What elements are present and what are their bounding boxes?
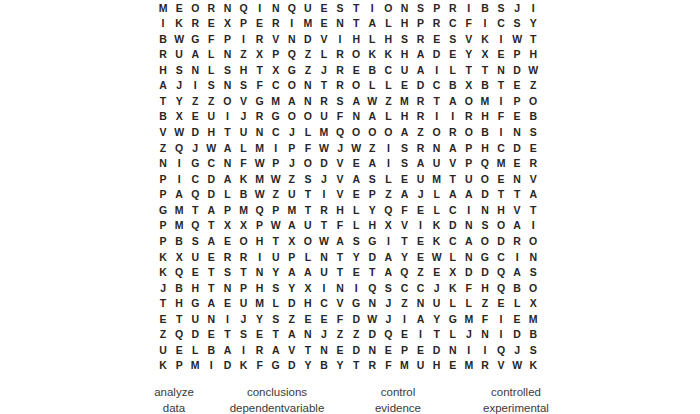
grid-cell[interactable]: L	[219, 187, 235, 203]
grid-cell[interactable]: N	[300, 93, 316, 109]
grid-cell[interactable]: Z	[396, 296, 412, 312]
grid-cell[interactable]: I	[445, 109, 461, 125]
grid-cell[interactable]: B	[171, 280, 187, 296]
grid-cell[interactable]: D	[203, 171, 219, 187]
grid-cell[interactable]: A	[284, 218, 300, 234]
grid-cell[interactable]: U	[300, 218, 316, 234]
grid-cell[interactable]: K	[380, 47, 396, 63]
grid-cell[interactable]: U	[235, 296, 251, 312]
grid-cell[interactable]: R	[445, 125, 461, 141]
grid-cell[interactable]: E	[509, 109, 525, 125]
grid-cell[interactable]: W	[252, 187, 268, 203]
grid-cell[interactable]: B	[155, 31, 171, 47]
grid-cell[interactable]: H	[203, 125, 219, 141]
grid-cell[interactable]: I	[477, 16, 493, 32]
grid-cell[interactable]: S	[348, 233, 364, 249]
grid-cell[interactable]: H	[332, 202, 348, 218]
grid-cell[interactable]: K	[235, 358, 251, 374]
grid-cell[interactable]: G	[268, 358, 284, 374]
grid-cell[interactable]: R	[155, 47, 171, 63]
grid-cell[interactable]: C	[203, 156, 219, 172]
grid-cell[interactable]: L	[380, 171, 396, 187]
grid-cell[interactable]: T	[509, 187, 525, 203]
grid-cell[interactable]: A	[332, 233, 348, 249]
grid-cell[interactable]: U	[429, 296, 445, 312]
grid-cell[interactable]: L	[203, 47, 219, 63]
grid-cell[interactable]: E	[252, 16, 268, 32]
grid-cell[interactable]: M	[461, 358, 477, 374]
grid-cell[interactable]: M	[461, 311, 477, 327]
grid-cell[interactable]: P	[413, 16, 429, 32]
grid-cell[interactable]: E	[396, 171, 412, 187]
grid-cell[interactable]: R	[332, 78, 348, 94]
grid-cell[interactable]: Z	[413, 125, 429, 141]
grid-cell[interactable]: U	[429, 156, 445, 172]
grid-cell[interactable]: T	[203, 218, 219, 234]
grid-cell[interactable]: L	[429, 202, 445, 218]
grid-cell[interactable]: T	[348, 358, 364, 374]
grid-cell[interactable]: C	[429, 78, 445, 94]
grid-cell[interactable]: O	[348, 47, 364, 63]
grid-cell[interactable]: J	[235, 311, 251, 327]
grid-cell[interactable]: L	[445, 327, 461, 343]
grid-cell[interactable]: I	[348, 280, 364, 296]
grid-cell[interactable]: B	[445, 78, 461, 94]
grid-cell[interactable]: F	[461, 16, 477, 32]
grid-cell[interactable]: O	[429, 125, 445, 141]
grid-cell[interactable]: Y	[252, 311, 268, 327]
grid-cell[interactable]: L	[348, 218, 364, 234]
grid-cell[interactable]: P	[252, 218, 268, 234]
grid-cell[interactable]: C	[445, 233, 461, 249]
grid-cell[interactable]: V	[332, 156, 348, 172]
grid-cell[interactable]: R	[187, 16, 203, 32]
grid-cell[interactable]: C	[316, 296, 332, 312]
grid-cell[interactable]: E	[219, 233, 235, 249]
grid-cell[interactable]: Q	[493, 280, 509, 296]
grid-cell[interactable]: R	[252, 109, 268, 125]
grid-cell[interactable]: W	[509, 358, 525, 374]
grid-cell[interactable]: I	[284, 16, 300, 32]
grid-cell[interactable]: J	[155, 280, 171, 296]
grid-cell[interactable]: X	[219, 218, 235, 234]
grid-cell[interactable]: N	[364, 296, 380, 312]
grid-cell[interactable]: L	[445, 296, 461, 312]
grid-cell[interactable]: X	[252, 47, 268, 63]
grid-cell[interactable]: A	[364, 156, 380, 172]
grid-cell[interactable]: S	[332, 0, 348, 16]
grid-cell[interactable]: N	[300, 78, 316, 94]
grid-cell[interactable]: E	[380, 342, 396, 358]
grid-cell[interactable]: N	[316, 249, 332, 265]
grid-cell[interactable]: J	[187, 140, 203, 156]
grid-cell[interactable]: V	[332, 296, 348, 312]
grid-cell[interactable]: T	[493, 187, 509, 203]
grid-cell[interactable]: P	[155, 187, 171, 203]
grid-cell[interactable]: V	[509, 202, 525, 218]
grid-cell[interactable]: P	[219, 31, 235, 47]
grid-cell[interactable]: Q	[396, 265, 412, 281]
grid-cell[interactable]: T	[300, 342, 316, 358]
grid-cell[interactable]: Z	[300, 47, 316, 63]
grid-cell[interactable]: I	[493, 327, 509, 343]
grid-cell[interactable]: A	[445, 93, 461, 109]
grid-cell[interactable]: I	[187, 78, 203, 94]
grid-cell[interactable]: H	[300, 296, 316, 312]
grid-cell[interactable]: D	[445, 218, 461, 234]
grid-cell[interactable]: U	[284, 187, 300, 203]
grid-cell[interactable]: V	[268, 31, 284, 47]
grid-cell[interactable]: R	[445, 0, 461, 16]
grid-cell[interactable]: S	[493, 0, 509, 16]
grid-cell[interactable]: A	[413, 156, 429, 172]
grid-cell[interactable]: D	[509, 62, 525, 78]
grid-cell[interactable]: W	[268, 171, 284, 187]
grid-cell[interactable]: H	[235, 62, 251, 78]
grid-cell[interactable]: E	[493, 171, 509, 187]
grid-cell[interactable]: E	[348, 187, 364, 203]
grid-cell[interactable]: D	[509, 327, 525, 343]
grid-cell[interactable]: V	[316, 31, 332, 47]
grid-cell[interactable]: C	[413, 280, 429, 296]
grid-cell[interactable]: J	[316, 62, 332, 78]
grid-cell[interactable]: T	[219, 327, 235, 343]
grid-cell[interactable]: J	[429, 280, 445, 296]
grid-cell[interactable]: H	[252, 233, 268, 249]
grid-cell[interactable]: T	[429, 327, 445, 343]
grid-cell[interactable]: N	[332, 280, 348, 296]
grid-cell[interactable]: T	[364, 265, 380, 281]
grid-cell[interactable]: G	[348, 296, 364, 312]
grid-cell[interactable]: N	[219, 280, 235, 296]
grid-cell[interactable]: U	[461, 171, 477, 187]
grid-cell[interactable]: H	[396, 109, 412, 125]
grid-cell[interactable]: Z	[348, 327, 364, 343]
grid-cell[interactable]: F	[380, 358, 396, 374]
grid-cell[interactable]: K	[445, 280, 461, 296]
grid-cell[interactable]: R	[364, 358, 380, 374]
grid-cell[interactable]: M	[252, 140, 268, 156]
grid-cell[interactable]: S	[413, 0, 429, 16]
grid-cell[interactable]: R	[332, 47, 348, 63]
grid-cell[interactable]: Y	[300, 358, 316, 374]
grid-cell[interactable]: Q	[332, 125, 348, 141]
grid-cell[interactable]: A	[348, 93, 364, 109]
grid-cell[interactable]: E	[396, 327, 412, 343]
grid-cell[interactable]: R	[203, 0, 219, 16]
grid-cell[interactable]: A	[203, 233, 219, 249]
grid-cell[interactable]: A	[284, 265, 300, 281]
grid-cell[interactable]: K	[155, 249, 171, 265]
grid-cell[interactable]: H	[396, 16, 412, 32]
grid-cell[interactable]: R	[316, 202, 332, 218]
grid-cell[interactable]: I	[219, 311, 235, 327]
grid-cell[interactable]: L	[348, 202, 364, 218]
grid-cell[interactable]: S	[187, 233, 203, 249]
grid-cell[interactable]: U	[300, 0, 316, 16]
grid-cell[interactable]: N	[509, 171, 525, 187]
grid-cell[interactable]: L	[429, 187, 445, 203]
grid-cell[interactable]: S	[396, 31, 412, 47]
grid-cell[interactable]: H	[171, 296, 187, 312]
grid-cell[interactable]: E	[348, 265, 364, 281]
grid-cell[interactable]: B	[509, 280, 525, 296]
grid-cell[interactable]: E	[493, 296, 509, 312]
grid-cell[interactable]: E	[413, 233, 429, 249]
grid-cell[interactable]: Z	[300, 62, 316, 78]
grid-cell[interactable]: Y	[461, 47, 477, 63]
grid-cell[interactable]: T	[461, 62, 477, 78]
grid-cell[interactable]: E	[252, 327, 268, 343]
grid-cell[interactable]: M	[396, 358, 412, 374]
grid-cell[interactable]: H	[477, 280, 493, 296]
grid-cell[interactable]: H	[380, 31, 396, 47]
grid-cell[interactable]: U	[187, 249, 203, 265]
grid-cell[interactable]: U	[413, 171, 429, 187]
grid-cell[interactable]: I	[171, 171, 187, 187]
grid-cell[interactable]: R	[252, 342, 268, 358]
grid-cell[interactable]: P	[461, 140, 477, 156]
grid-cell[interactable]: G	[445, 311, 461, 327]
grid-cell[interactable]: P	[155, 233, 171, 249]
grid-cell[interactable]: Q	[252, 202, 268, 218]
grid-cell[interactable]: E	[348, 62, 364, 78]
grid-cell[interactable]: V	[525, 171, 541, 187]
grid-cell[interactable]: L	[445, 62, 461, 78]
grid-cell[interactable]: M	[252, 171, 268, 187]
grid-cell[interactable]: C	[445, 16, 461, 32]
grid-cell[interactable]: K	[525, 358, 541, 374]
grid-cell[interactable]: W	[364, 311, 380, 327]
grid-cell[interactable]: G	[364, 233, 380, 249]
grid-cell[interactable]: M	[155, 0, 171, 16]
grid-cell[interactable]: M	[493, 156, 509, 172]
grid-cell[interactable]: I	[235, 342, 251, 358]
grid-cell[interactable]: I	[461, 202, 477, 218]
grid-cell[interactable]: P	[235, 280, 251, 296]
grid-cell[interactable]: E	[155, 311, 171, 327]
grid-cell[interactable]: M	[396, 93, 412, 109]
grid-cell[interactable]: H	[364, 218, 380, 234]
grid-cell[interactable]: R	[429, 16, 445, 32]
grid-cell[interactable]: J	[284, 125, 300, 141]
grid-cell[interactable]: F	[477, 311, 493, 327]
grid-cell[interactable]: V	[445, 156, 461, 172]
grid-cell[interactable]: P	[268, 156, 284, 172]
grid-cell[interactable]: N	[477, 202, 493, 218]
grid-cell[interactable]: T	[525, 31, 541, 47]
grid-cell[interactable]: F	[396, 202, 412, 218]
grid-cell[interactable]: U	[187, 311, 203, 327]
grid-cell[interactable]: R	[461, 109, 477, 125]
grid-cell[interactable]: E	[445, 358, 461, 374]
grid-cell[interactable]: I	[252, 249, 268, 265]
grid-cell[interactable]: S	[396, 156, 412, 172]
grid-cell[interactable]: S	[364, 171, 380, 187]
grid-cell[interactable]: H	[477, 109, 493, 125]
grid-cell[interactable]: L	[364, 78, 380, 94]
grid-cell[interactable]: D	[413, 78, 429, 94]
grid-cell[interactable]: O	[477, 171, 493, 187]
grid-cell[interactable]: D	[477, 187, 493, 203]
grid-cell[interactable]: F	[461, 280, 477, 296]
grid-cell[interactable]: E	[187, 265, 203, 281]
grid-cell[interactable]: Q	[171, 327, 187, 343]
grid-cell[interactable]: A	[461, 187, 477, 203]
grid-cell[interactable]: I	[380, 233, 396, 249]
grid-cell[interactable]: B	[477, 78, 493, 94]
grid-cell[interactable]: T	[348, 16, 364, 32]
grid-cell[interactable]: E	[187, 109, 203, 125]
grid-cell[interactable]: E	[413, 202, 429, 218]
grid-cell[interactable]: V	[493, 358, 509, 374]
grid-cell[interactable]: W	[203, 140, 219, 156]
grid-cell[interactable]: N	[413, 296, 429, 312]
grid-cell[interactable]: L	[380, 109, 396, 125]
grid-cell[interactable]: E	[203, 16, 219, 32]
grid-cell[interactable]: S	[219, 265, 235, 281]
grid-cell[interactable]: S	[203, 78, 219, 94]
grid-cell[interactable]: V	[332, 171, 348, 187]
grid-cell[interactable]: J	[461, 327, 477, 343]
grid-cell[interactable]: O	[219, 93, 235, 109]
grid-cell[interactable]: Q	[235, 0, 251, 16]
grid-cell[interactable]: A	[155, 78, 171, 94]
grid-cell[interactable]: A	[396, 187, 412, 203]
grid-cell[interactable]: Q	[171, 265, 187, 281]
grid-cell[interactable]: I	[396, 311, 412, 327]
grid-cell[interactable]: M	[477, 93, 493, 109]
grid-cell[interactable]: D	[300, 31, 316, 47]
grid-cell[interactable]: D	[219, 358, 235, 374]
grid-cell[interactable]: I	[429, 62, 445, 78]
grid-cell[interactable]: V	[396, 218, 412, 234]
grid-cell[interactable]: S	[235, 327, 251, 343]
grid-cell[interactable]: T	[155, 296, 171, 312]
grid-cell[interactable]: I	[380, 140, 396, 156]
grid-cell[interactable]: N	[493, 62, 509, 78]
grid-cell[interactable]: D	[493, 233, 509, 249]
grid-cell[interactable]: G	[187, 31, 203, 47]
grid-cell[interactable]: S	[525, 342, 541, 358]
grid-cell[interactable]: H	[525, 47, 541, 63]
grid-cell[interactable]: L	[380, 78, 396, 94]
grid-cell[interactable]: W	[316, 140, 332, 156]
grid-cell[interactable]: A	[445, 140, 461, 156]
grid-cell[interactable]: Q	[380, 202, 396, 218]
grid-cell[interactable]: L	[235, 140, 251, 156]
grid-cell[interactable]: C	[187, 171, 203, 187]
grid-cell[interactable]: W	[171, 125, 187, 141]
grid-cell[interactable]: D	[364, 327, 380, 343]
grid-cell[interactable]: F	[300, 140, 316, 156]
grid-cell[interactable]: T	[252, 62, 268, 78]
grid-cell[interactable]: K	[171, 16, 187, 32]
grid-cell[interactable]: A	[525, 187, 541, 203]
grid-cell[interactable]: G	[284, 62, 300, 78]
grid-cell[interactable]: U	[235, 125, 251, 141]
grid-cell[interactable]: E	[300, 311, 316, 327]
grid-cell[interactable]: C	[380, 62, 396, 78]
grid-cell[interactable]: E	[171, 0, 187, 16]
grid-cell[interactable]: I	[461, 0, 477, 16]
grid-cell[interactable]: T	[316, 78, 332, 94]
grid-cell[interactable]: D	[187, 327, 203, 343]
grid-cell[interactable]: N	[509, 125, 525, 141]
grid-cell[interactable]: I	[171, 156, 187, 172]
grid-cell[interactable]: G	[477, 249, 493, 265]
grid-cell[interactable]: L	[445, 249, 461, 265]
grid-cell[interactable]: T	[525, 202, 541, 218]
grid-cell[interactable]: G	[187, 156, 203, 172]
grid-cell[interactable]: I	[268, 140, 284, 156]
grid-cell[interactable]: E	[203, 249, 219, 265]
grid-cell[interactable]: E	[316, 16, 332, 32]
grid-cell[interactable]: M	[252, 296, 268, 312]
grid-cell[interactable]: A	[284, 327, 300, 343]
grid-cell[interactable]: D	[284, 296, 300, 312]
grid-cell[interactable]: O	[525, 93, 541, 109]
grid-cell[interactable]: T	[268, 233, 284, 249]
grid-cell[interactable]: L	[300, 125, 316, 141]
grid-cell[interactable]: Y	[171, 93, 187, 109]
grid-cell[interactable]: M	[429, 171, 445, 187]
grid-cell[interactable]: O	[300, 233, 316, 249]
grid-cell[interactable]: Q	[493, 265, 509, 281]
grid-cell[interactable]: S	[219, 62, 235, 78]
grid-cell[interactable]: N	[203, 311, 219, 327]
grid-cell[interactable]: N	[219, 47, 235, 63]
grid-cell[interactable]: A	[509, 265, 525, 281]
grid-cell[interactable]: B	[171, 233, 187, 249]
grid-cell[interactable]: A	[445, 187, 461, 203]
grid-cell[interactable]: O	[348, 78, 364, 94]
grid-cell[interactable]: A	[268, 342, 284, 358]
grid-cell[interactable]: B	[203, 342, 219, 358]
grid-cell[interactable]: Z	[235, 47, 251, 63]
grid-cell[interactable]: M	[235, 202, 251, 218]
grid-cell[interactable]: Q	[284, 0, 300, 16]
grid-cell[interactable]: N	[348, 109, 364, 125]
grid-cell[interactable]: X	[284, 233, 300, 249]
grid-cell[interactable]: A	[203, 296, 219, 312]
grid-cell[interactable]: T	[187, 202, 203, 218]
grid-cell[interactable]: I	[364, 0, 380, 16]
grid-cell[interactable]: A	[413, 62, 429, 78]
grid-cell[interactable]: A	[364, 109, 380, 125]
grid-cell[interactable]: C	[268, 78, 284, 94]
grid-cell[interactable]: N	[284, 31, 300, 47]
grid-cell[interactable]: F	[332, 109, 348, 125]
grid-cell[interactable]: F	[332, 218, 348, 234]
grid-cell[interactable]: M	[171, 202, 187, 218]
grid-cell[interactable]: S	[396, 140, 412, 156]
grid-cell[interactable]: S	[268, 280, 284, 296]
grid-cell[interactable]: X	[445, 265, 461, 281]
grid-cell[interactable]: U	[155, 342, 171, 358]
grid-cell[interactable]: Q	[477, 156, 493, 172]
grid-cell[interactable]: P	[155, 171, 171, 187]
grid-cell[interactable]: H	[187, 280, 203, 296]
grid-cell[interactable]: O	[461, 93, 477, 109]
grid-cell[interactable]: I	[493, 125, 509, 141]
grid-cell[interactable]: W	[364, 93, 380, 109]
grid-cell[interactable]: W	[316, 233, 332, 249]
grid-cell[interactable]: D	[316, 156, 332, 172]
grid-cell[interactable]: U	[396, 62, 412, 78]
grid-cell[interactable]: M	[171, 218, 187, 234]
grid-cell[interactable]: Z	[187, 93, 203, 109]
